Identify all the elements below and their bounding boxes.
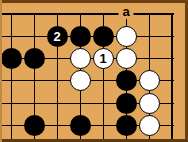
board-point-r6c2 <box>23 114 46 136</box>
board-point-r4c8 <box>161 70 184 92</box>
board-point-r2c4 <box>69 25 92 47</box>
board-point-r1c2 <box>23 3 46 25</box>
board-point-r5c3 <box>46 92 69 114</box>
board-point-r1c6: a <box>115 3 138 25</box>
board-point-r1c1 <box>0 3 23 25</box>
move-number: 2 <box>53 30 60 43</box>
board-point-r2c1 <box>0 25 23 47</box>
white-stone <box>70 48 91 69</box>
board-point-r2c8 <box>161 25 184 47</box>
frame-border-bottom <box>0 139 188 142</box>
board-point-r2c5 <box>92 25 115 47</box>
board-point-r2c3: 2 <box>46 25 69 47</box>
board-point-r4c4 <box>69 70 92 92</box>
board-point-r4c7 <box>138 70 161 92</box>
black-stone: 2 <box>47 26 68 47</box>
black-stone <box>116 115 137 136</box>
board-point-r1c7 <box>138 3 161 25</box>
board-point-r2c7 <box>138 25 161 47</box>
move-number: 1 <box>99 52 106 65</box>
board-point-r1c8 <box>161 3 184 25</box>
board-point-r6c3 <box>46 114 69 136</box>
black-stone <box>24 115 45 136</box>
board-point-r1c4 <box>69 3 92 25</box>
white-stone <box>116 26 137 47</box>
board-point-r3c3 <box>46 47 69 69</box>
board-point-r3c5: 1 <box>92 47 115 69</box>
board-point-r6c5 <box>92 114 115 136</box>
board-point-r6c6 <box>115 114 138 136</box>
board-point-r4c5 <box>92 70 115 92</box>
board-point-r5c8 <box>161 92 184 114</box>
board-point-r4c6 <box>115 70 138 92</box>
frame-border-top <box>0 0 188 3</box>
board-point-r6c8 <box>161 114 184 136</box>
go-diagram: a21 <box>0 0 188 142</box>
frame-border-right <box>185 0 188 142</box>
board-point-r3c7 <box>138 47 161 69</box>
frame-border-left <box>0 0 2 142</box>
board-point-r4c2 <box>23 70 46 92</box>
board-point-r2c2 <box>23 25 46 47</box>
board-point-r4c1 <box>0 70 23 92</box>
black-stone <box>116 70 137 91</box>
black-stone <box>70 115 91 136</box>
board-point-r5c5 <box>92 92 115 114</box>
board-point-r5c2 <box>23 92 46 114</box>
white-stone <box>139 70 160 91</box>
board-point-r3c6 <box>115 47 138 69</box>
board-point-r2c6 <box>115 25 138 47</box>
board-point-r5c4 <box>69 92 92 114</box>
board-point-r5c7 <box>138 92 161 114</box>
board-point-r3c1 <box>0 47 23 69</box>
white-stone: 1 <box>93 48 114 69</box>
board-point-r6c7 <box>138 114 161 136</box>
white-stone <box>116 48 137 69</box>
board-point-r6c1 <box>0 114 23 136</box>
board-point-r3c4 <box>69 47 92 69</box>
board-point-r5c1 <box>0 92 23 114</box>
black-stone <box>116 93 137 114</box>
board-point-r1c3 <box>46 3 69 25</box>
board-point-r3c8 <box>161 47 184 69</box>
white-stone <box>139 93 160 114</box>
point-label-a: a <box>119 5 134 19</box>
board-point-r1c5 <box>92 3 115 25</box>
board-point-r6c4 <box>69 114 92 136</box>
black-stone <box>70 26 91 47</box>
board-point-r5c6 <box>115 92 138 114</box>
go-board: a21 <box>0 3 184 137</box>
board-point-r4c3 <box>46 70 69 92</box>
board-point-r3c2 <box>23 47 46 69</box>
white-stone <box>70 70 91 91</box>
white-stone <box>139 115 160 136</box>
black-stone <box>24 48 45 69</box>
black-stone <box>1 48 22 69</box>
black-stone <box>93 26 114 47</box>
